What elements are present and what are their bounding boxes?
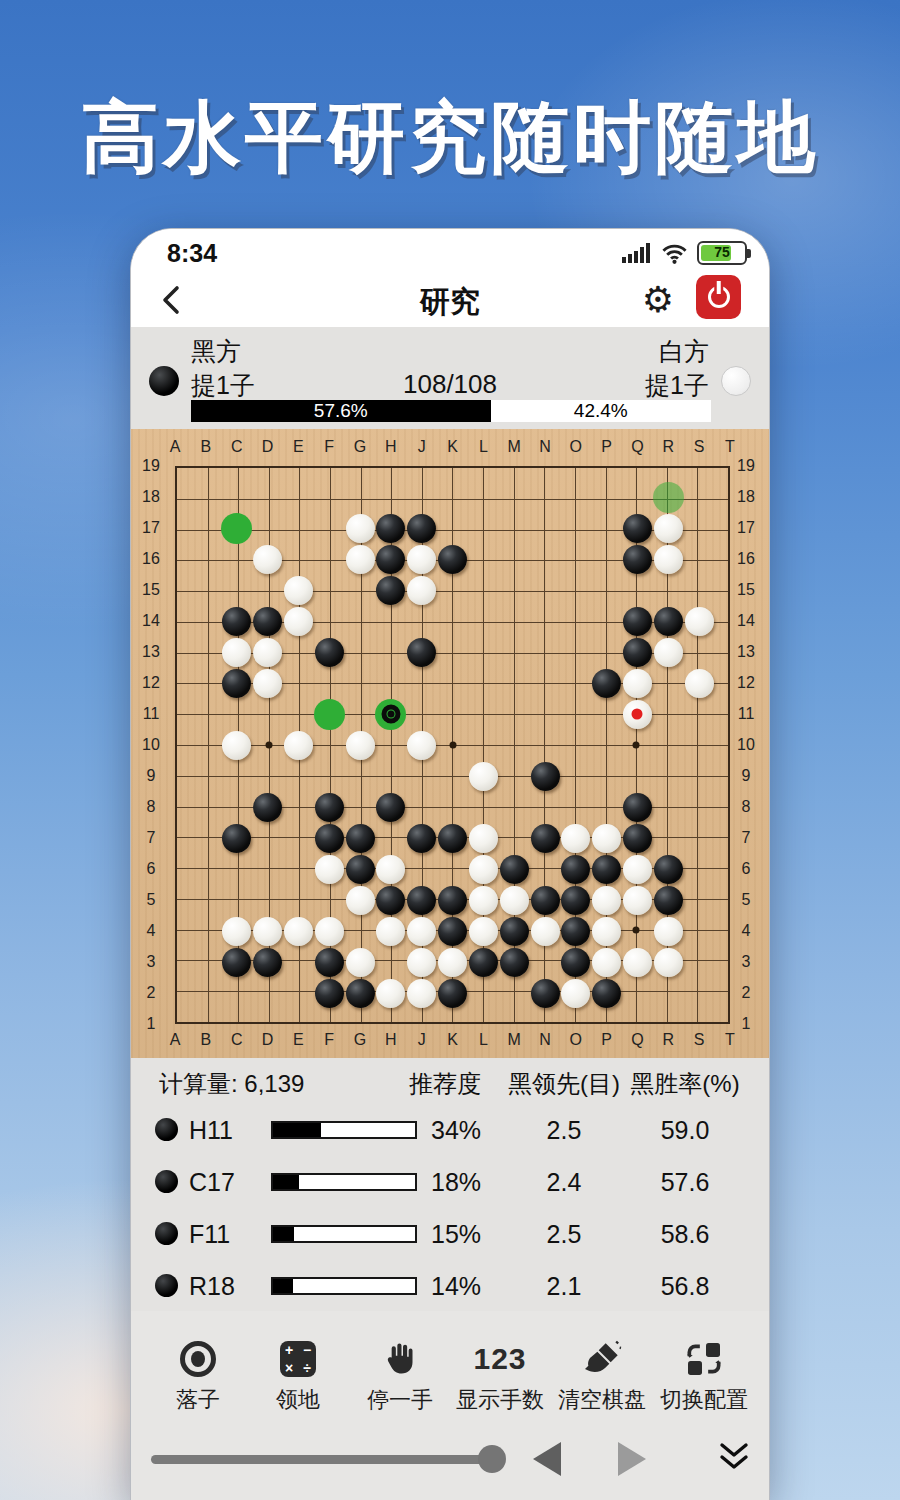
coordinate-label: P	[595, 1030, 619, 1050]
black-stone-K7[interactable]	[438, 824, 467, 853]
white-winrate-segment: 42.4%	[491, 400, 711, 422]
coordinate-label: 14	[734, 611, 758, 631]
winrate-bar: 57.6% 42.4%	[191, 400, 711, 422]
coordinate-label: R	[656, 1030, 680, 1050]
black-stone-O4[interactable]	[561, 917, 590, 946]
black-stone-C12[interactable]	[222, 669, 251, 698]
white-stone-R16[interactable]	[654, 545, 683, 574]
black-stone-C7[interactable]	[222, 824, 251, 853]
recommend-bar	[271, 1173, 417, 1191]
coordinate-label: F	[317, 437, 341, 457]
power-button[interactable]	[696, 275, 741, 319]
coordinate-label: K	[441, 437, 465, 457]
recommend-bar	[271, 1121, 417, 1139]
black-stone-Q13[interactable]	[623, 638, 652, 667]
numbers-123-icon: 123	[473, 1342, 526, 1376]
coordinate-label: A	[163, 437, 187, 457]
recommend-percent: 14%	[431, 1272, 481, 1301]
coordinate-label: 11	[734, 704, 758, 724]
black-stone-icon	[155, 1118, 178, 1141]
coordinate-label: 14	[139, 611, 163, 631]
stones-layer[interactable]	[160, 451, 746, 1040]
white-stone-D16[interactable]	[253, 545, 282, 574]
black-stone-R5[interactable]	[654, 886, 683, 915]
show-move-numbers-button[interactable]: 123 显示手数	[445, 1335, 555, 1415]
black-stone-H17[interactable]	[376, 514, 405, 543]
black-stone-P6[interactable]	[592, 855, 621, 884]
white-stone-S14[interactable]	[685, 607, 714, 636]
candidate-move-marker-H11[interactable]	[375, 699, 406, 730]
black-stone-L3[interactable]	[469, 948, 498, 977]
white-stone-C10[interactable]	[222, 731, 251, 760]
coordinate-label: J	[410, 437, 434, 457]
coordinate-label: G	[348, 1030, 372, 1050]
white-stone-J10[interactable]	[407, 731, 436, 760]
black-stone-Q14[interactable]	[623, 607, 652, 636]
settings-gear-icon[interactable]: ⚙	[637, 277, 679, 321]
previous-move-button[interactable]	[533, 1442, 561, 1476]
white-stone-G17[interactable]	[346, 514, 375, 543]
coordinate-label: 4	[139, 921, 163, 941]
coordinate-label: K	[441, 1030, 465, 1050]
play-stone-button[interactable]: 落子	[143, 1335, 253, 1415]
coordinate-label: 9	[139, 766, 163, 786]
black-stone-M6[interactable]	[500, 855, 529, 884]
white-stone-R17[interactable]	[654, 514, 683, 543]
recommend-bar	[271, 1225, 417, 1243]
coordinate-label: 9	[734, 766, 758, 786]
black-stone-M4[interactable]	[500, 917, 529, 946]
white-stone-L4[interactable]	[469, 917, 498, 946]
coordinate-label: J	[410, 1030, 434, 1050]
black-stone-icon	[155, 1274, 178, 1297]
coordinate-label: H	[379, 1030, 403, 1050]
black-stone-D8[interactable]	[253, 793, 282, 822]
coordinate-label: 7	[139, 828, 163, 848]
white-stone-L7[interactable]	[469, 824, 498, 853]
black-stone-H8[interactable]	[376, 793, 405, 822]
white-stone-E10[interactable]	[284, 731, 313, 760]
white-stone-N4[interactable]	[531, 917, 560, 946]
coordinate-label: 8	[139, 797, 163, 817]
white-stone-P4[interactable]	[592, 917, 621, 946]
go-board[interactable]: AABBCCDDEEFFGGHHJJKKLLMMNNOOPPQQRRSSTT19…	[131, 429, 769, 1058]
coordinate-label: L	[471, 437, 495, 457]
white-stone-Q12[interactable]	[623, 669, 652, 698]
analysis-row-H11[interactable]: H1134%2.559.0	[131, 1104, 769, 1156]
white-stone-G10[interactable]	[346, 731, 375, 760]
signal-icon	[622, 243, 652, 263]
white-captures: 提1子	[645, 369, 709, 402]
power-icon	[708, 286, 730, 308]
coordinate-label: 19	[734, 456, 758, 476]
move-label: H11	[189, 1116, 233, 1145]
white-player-name: 白方	[659, 335, 709, 368]
recommend-percent: 15%	[431, 1220, 481, 1249]
black-stone-F2[interactable]	[315, 979, 344, 1008]
coordinate-label: D	[256, 437, 280, 457]
coordinate-label: 2	[734, 983, 758, 1003]
black-stone-J13[interactable]	[407, 638, 436, 667]
phone-mockup: 8:34 75	[130, 228, 770, 1500]
hero-title: 高水平研究随时随地	[0, 86, 900, 191]
white-stone-J4[interactable]	[407, 917, 436, 946]
white-stone-O7[interactable]	[561, 824, 590, 853]
coordinate-label: P	[595, 437, 619, 457]
white-stone-M5[interactable]	[500, 886, 529, 915]
black-stone-icon	[155, 1222, 178, 1245]
analysis-row-C17[interactable]: C1718%2.457.6	[131, 1156, 769, 1208]
white-stone-D4[interactable]	[253, 917, 282, 946]
coordinate-label: M	[502, 1030, 526, 1050]
white-stone-J2[interactable]	[407, 979, 436, 1008]
coordinate-label: 6	[734, 859, 758, 879]
move-label: F11	[189, 1220, 230, 1249]
black-stone-C3[interactable]	[222, 948, 251, 977]
white-stone-L6[interactable]	[469, 855, 498, 884]
black-stone-K2[interactable]	[438, 979, 467, 1008]
coordinate-label: S	[687, 1030, 711, 1050]
black-stone-N7[interactable]	[531, 824, 560, 853]
black-player-name: 黑方	[191, 335, 241, 368]
white-stone-L5[interactable]	[469, 886, 498, 915]
white-stone-F4[interactable]	[315, 917, 344, 946]
black-stone-F7[interactable]	[315, 824, 344, 853]
white-stone-S12[interactable]	[685, 669, 714, 698]
wifi-icon	[661, 243, 688, 264]
black-stone-Q8[interactable]	[623, 793, 652, 822]
move-label: C17	[189, 1168, 235, 1197]
coordinate-label: 10	[734, 735, 758, 755]
black-stone-P2[interactable]	[592, 979, 621, 1008]
black-stone-C14[interactable]	[222, 607, 251, 636]
black-stone-J7[interactable]	[407, 824, 436, 853]
coordinate-label: O	[564, 437, 588, 457]
coordinate-label: N	[533, 1030, 557, 1050]
coordinate-label: 5	[734, 890, 758, 910]
coordinate-label: 3	[139, 952, 163, 972]
candidate-move-marker-C17[interactable]	[221, 513, 252, 544]
black-stone-M3[interactable]	[500, 948, 529, 977]
coordinate-label: R	[656, 437, 680, 457]
coordinate-label: M	[502, 437, 526, 457]
bullseye-icon	[180, 1341, 216, 1377]
black-winrate-segment: 57.6%	[191, 400, 491, 422]
black-stone-N2[interactable]	[531, 979, 560, 1008]
coordinate-label: 15	[139, 580, 163, 600]
coordinate-label: N	[533, 437, 557, 457]
analysis-row-F11[interactable]: F1115%2.558.6	[131, 1208, 769, 1260]
white-stone-E14[interactable]	[284, 607, 313, 636]
column-header-winrate: 黑胜率(%)	[605, 1068, 765, 1100]
coordinate-label: D	[256, 1030, 280, 1050]
status-bar: 8:34 75	[131, 229, 769, 273]
coordinate-label: 13	[734, 642, 758, 662]
coordinate-label: 15	[734, 580, 758, 600]
black-stone-J17[interactable]	[407, 514, 436, 543]
coordinate-label: 19	[139, 456, 163, 476]
white-stone-Q3[interactable]	[623, 948, 652, 977]
white-stone-R13[interactable]	[654, 638, 683, 667]
double-chevron-down-icon	[716, 1441, 752, 1475]
candidate-move-marker-R18[interactable]	[653, 482, 684, 513]
white-stone-G5[interactable]	[346, 886, 375, 915]
nav-bar: 研究 ⚙	[131, 273, 769, 327]
black-stone-F13[interactable]	[315, 638, 344, 667]
analysis-panel: 计算量: 6,139 推荐度 黑领先(目) 黑胜率(%) H1134%2.559…	[131, 1058, 769, 1311]
black-stone-Q16[interactable]	[623, 545, 652, 574]
white-stone-R3[interactable]	[654, 948, 683, 977]
collapse-panel-button[interactable]	[716, 1441, 752, 1479]
coordinate-label: O	[564, 1030, 588, 1050]
coordinate-label: 1	[139, 1014, 163, 1034]
black-stone-R6[interactable]	[654, 855, 683, 884]
clock: 8:34	[167, 239, 217, 268]
analysis-row-R18[interactable]: R1814%2.156.8	[131, 1260, 769, 1312]
black-stone-K5[interactable]	[438, 886, 467, 915]
white-stone-Q11[interactable]	[623, 700, 652, 729]
territory-button[interactable]: +−×÷ 领地	[243, 1335, 353, 1415]
black-stone-H15[interactable]	[376, 576, 405, 605]
white-stone-H6[interactable]	[376, 855, 405, 884]
clear-board-button[interactable]: 清空棋盘	[547, 1335, 657, 1415]
bottom-toolbar: 落子 +−×÷ 领地 停一手 123 显示手数	[131, 1311, 769, 1429]
next-move-button[interactable]	[618, 1442, 646, 1476]
black-stone-Q17[interactable]	[623, 514, 652, 543]
coordinate-label: 1	[734, 1014, 758, 1034]
black-stone-K16[interactable]	[438, 545, 467, 574]
candidate-move-marker-F11[interactable]	[314, 699, 345, 730]
coordinate-label: 12	[734, 673, 758, 693]
coordinate-label: 16	[139, 549, 163, 569]
battery-icon: 75	[697, 241, 747, 265]
black-stone-F3[interactable]	[315, 948, 344, 977]
white-stone-L9[interactable]	[469, 762, 498, 791]
move-slider-track[interactable]	[151, 1455, 494, 1464]
coordinate-label: T	[718, 437, 742, 457]
swap-squares-icon	[684, 1339, 724, 1379]
coordinate-label: Q	[626, 1030, 650, 1050]
player-panel: 黑方 提1子 108/108 白方 提1子 57.6% 42.4%	[131, 327, 769, 429]
black-stone-D3[interactable]	[253, 948, 282, 977]
white-stone-H2[interactable]	[376, 979, 405, 1008]
coordinate-label: 7	[734, 828, 758, 848]
winrate-value: 56.8	[605, 1272, 765, 1301]
black-stone-P12[interactable]	[592, 669, 621, 698]
coordinate-label: 18	[734, 487, 758, 507]
coordinate-label: 8	[734, 797, 758, 817]
coordinate-label: Q	[626, 437, 650, 457]
white-stone-H4[interactable]	[376, 917, 405, 946]
white-stone-O2[interactable]	[561, 979, 590, 1008]
white-stone-D13[interactable]	[253, 638, 282, 667]
black-stone-H16[interactable]	[376, 545, 405, 574]
winrate-value: 59.0	[605, 1116, 765, 1145]
white-stone-E15[interactable]	[284, 576, 313, 605]
recommend-percent: 34%	[431, 1116, 481, 1145]
recommend-percent: 18%	[431, 1168, 481, 1197]
move-slider-thumb[interactable]	[478, 1445, 506, 1473]
visits-value: 6,139	[244, 1070, 304, 1097]
black-stone-O3[interactable]	[561, 948, 590, 977]
white-stone-E4[interactable]	[284, 917, 313, 946]
black-stone-F8[interactable]	[315, 793, 344, 822]
white-stone-J16[interactable]	[407, 545, 436, 574]
white-stone-G3[interactable]	[346, 948, 375, 977]
black-stone-J5[interactable]	[407, 886, 436, 915]
coordinate-label: 2	[139, 983, 163, 1003]
coordinate-label: H	[379, 437, 403, 457]
broom-icon	[582, 1339, 622, 1379]
white-stone-Q6[interactable]	[623, 855, 652, 884]
recommend-bar	[271, 1277, 417, 1295]
coordinate-label: 13	[139, 642, 163, 662]
white-stone-K3[interactable]	[438, 948, 467, 977]
coordinate-label: 6	[139, 859, 163, 879]
white-stone-D12[interactable]	[253, 669, 282, 698]
white-player-stone-icon	[721, 366, 751, 396]
black-stone-N9[interactable]	[531, 762, 560, 791]
coordinate-label: L	[471, 1030, 495, 1050]
black-stone-icon	[155, 1170, 178, 1193]
coordinate-label: E	[286, 1030, 310, 1050]
white-stone-P5[interactable]	[592, 886, 621, 915]
coordinate-label: A	[163, 1030, 187, 1050]
black-stone-G6[interactable]	[346, 855, 375, 884]
coordinate-label: B	[194, 437, 218, 457]
coordinate-label: 17	[139, 518, 163, 538]
battery-percent: 75	[699, 244, 745, 260]
coordinate-label: F	[317, 1030, 341, 1050]
white-stone-Q5[interactable]	[623, 886, 652, 915]
visits-label: 计算量: 6,139	[159, 1068, 304, 1100]
coordinate-label: C	[225, 1030, 249, 1050]
coordinate-label: G	[348, 437, 372, 457]
black-stone-D14[interactable]	[253, 607, 282, 636]
white-stone-G16[interactable]	[346, 545, 375, 574]
navigation-controls	[131, 1429, 769, 1500]
coordinate-label: S	[687, 437, 711, 457]
coordinate-label: C	[225, 437, 249, 457]
coordinate-label: 5	[139, 890, 163, 910]
black-stone-O6[interactable]	[561, 855, 590, 884]
black-stone-Q7[interactable]	[623, 824, 652, 853]
coordinate-label: B	[194, 1030, 218, 1050]
white-stone-J15[interactable]	[407, 576, 436, 605]
winrate-value: 58.6	[605, 1220, 765, 1249]
black-stone-G2[interactable]	[346, 979, 375, 1008]
black-stone-H5[interactable]	[376, 886, 405, 915]
white-stone-R4[interactable]	[654, 917, 683, 946]
coordinate-label: E	[286, 437, 310, 457]
move-label: R18	[189, 1272, 235, 1301]
white-stone-F6[interactable]	[315, 855, 344, 884]
coordinate-label: 17	[734, 518, 758, 538]
white-stone-C13[interactable]	[222, 638, 251, 667]
white-stone-P7[interactable]	[592, 824, 621, 853]
white-stone-P3[interactable]	[592, 948, 621, 977]
last-move-marker	[632, 709, 643, 720]
calculator-icon: +−×÷	[280, 1341, 316, 1377]
coordinate-label: 11	[139, 704, 163, 724]
coordinate-label: 3	[734, 952, 758, 972]
black-stone-O5[interactable]	[561, 886, 590, 915]
black-stone-R14[interactable]	[654, 607, 683, 636]
black-stone-N5[interactable]	[531, 886, 560, 915]
winrate-value: 57.6	[605, 1168, 765, 1197]
switch-config-button[interactable]: 切换配置	[649, 1335, 759, 1415]
black-stone-G7[interactable]	[346, 824, 375, 853]
pass-button[interactable]: 停一手	[345, 1335, 455, 1415]
coordinate-label: 4	[734, 921, 758, 941]
coordinate-label: 18	[139, 487, 163, 507]
hand-stop-icon	[380, 1339, 420, 1379]
coordinate-label: 12	[139, 673, 163, 693]
coordinate-label: 16	[734, 549, 758, 569]
coordinate-label: 10	[139, 735, 163, 755]
black-stone-K4[interactable]	[438, 917, 467, 946]
white-stone-C4[interactable]	[222, 917, 251, 946]
white-stone-J3[interactable]	[407, 948, 436, 977]
